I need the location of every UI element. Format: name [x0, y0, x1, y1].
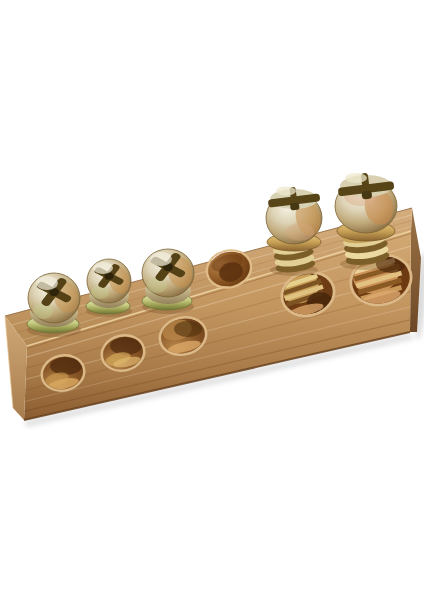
terminal-screw-2 — [86, 259, 132, 317]
terminal-block-illustration: Brass terminal block (earth/neutral busb… — [0, 0, 424, 600]
terminal-screw-1 — [27, 273, 82, 337]
terminal-screw-3 — [142, 249, 196, 314]
product-photo: Brass terminal block (earth/neutral busb… — [0, 0, 424, 600]
